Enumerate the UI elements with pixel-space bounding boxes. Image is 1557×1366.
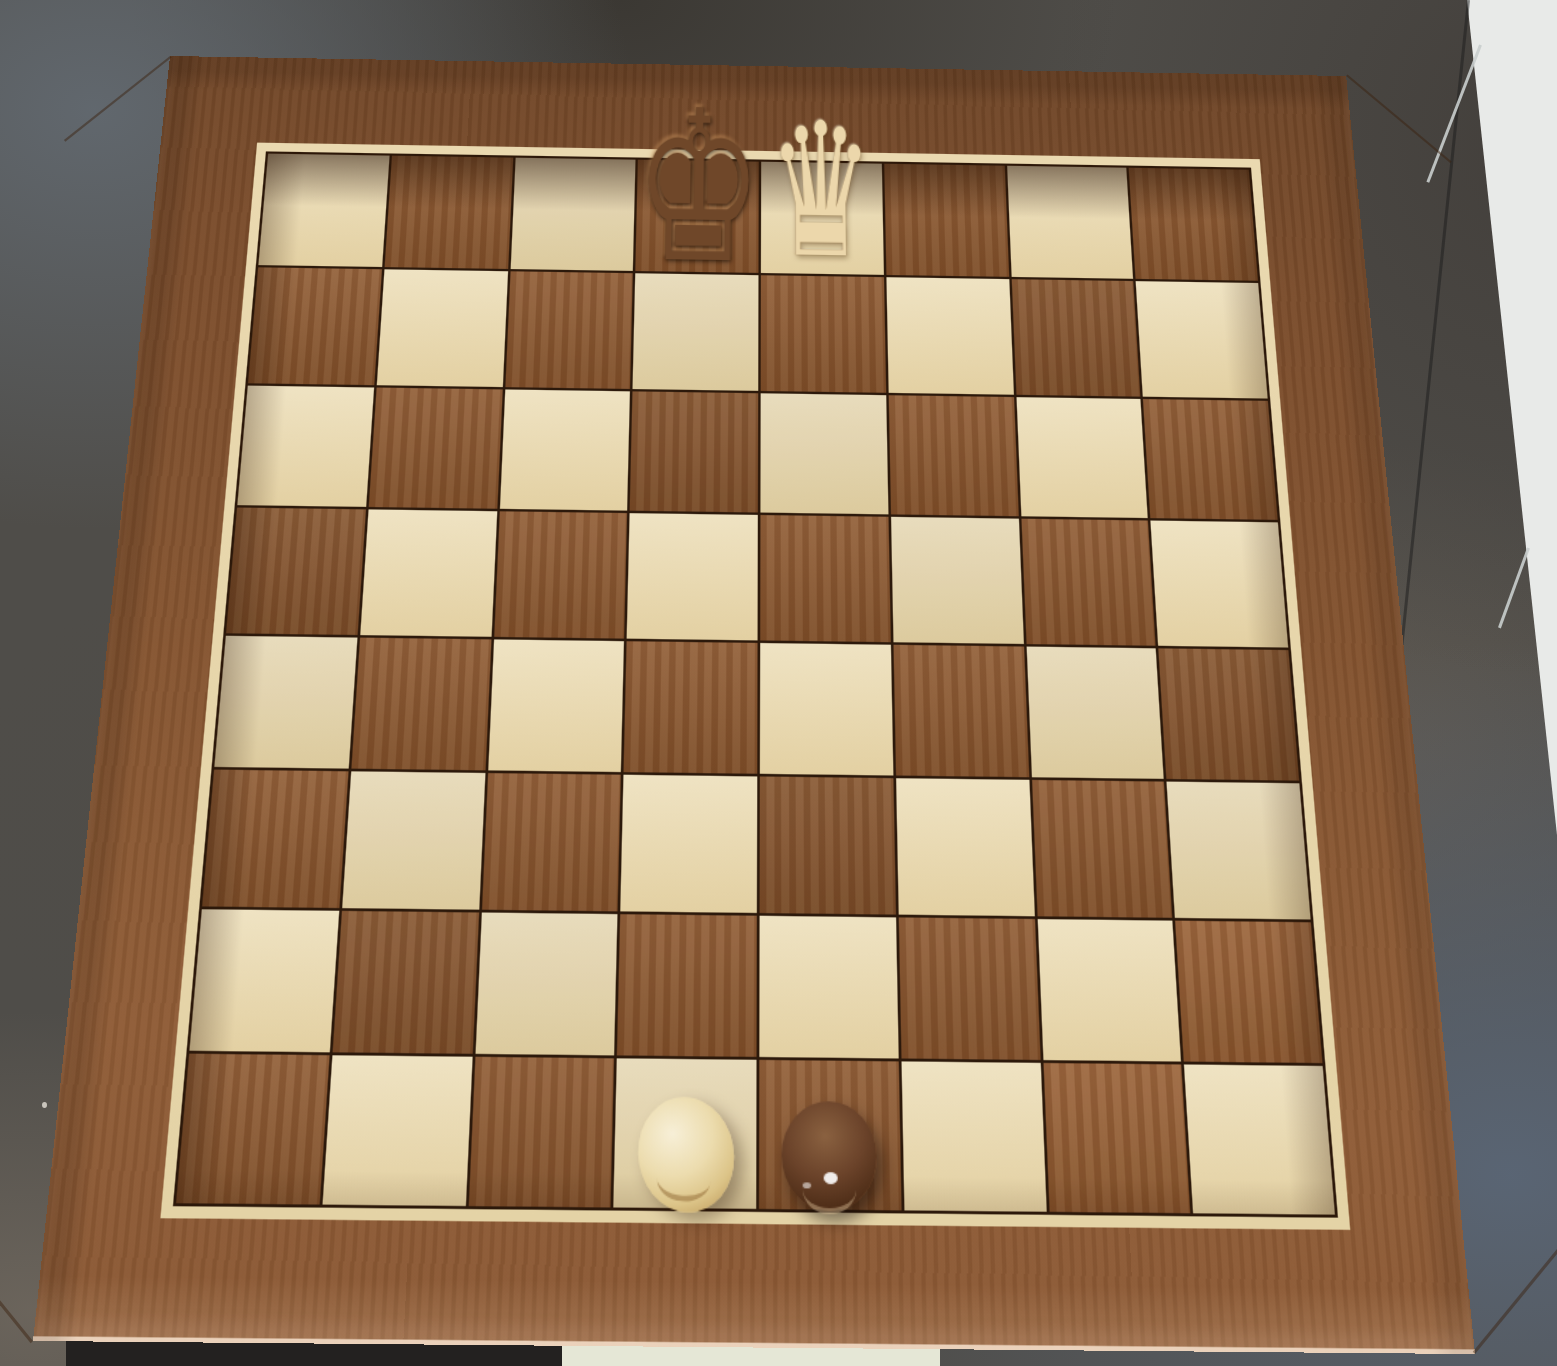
pieces-layer: ♚♛ xyxy=(173,151,1338,1217)
playing-field: ♚♛ xyxy=(173,151,1338,1217)
photo-scene: ♚♛ xyxy=(0,0,1557,1366)
black-pawn-piece xyxy=(782,1100,878,1211)
chess-board: ♚♛ xyxy=(33,56,1475,1354)
white-pawn-piece xyxy=(629,1088,744,1222)
white-queen-piece: ♛ xyxy=(768,98,876,285)
floor-speck xyxy=(42,1102,47,1108)
black-king-piece: ♚ xyxy=(631,83,762,295)
